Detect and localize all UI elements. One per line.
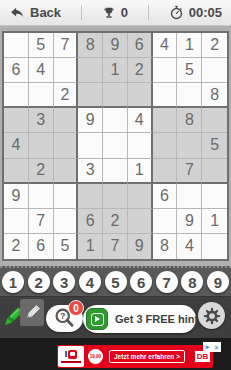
top-bar: Back 0 00:05 xyxy=(0,0,231,26)
divider xyxy=(148,5,149,20)
cell-r9c8[interactable]: 4 xyxy=(177,234,202,259)
stopwatch-icon xyxy=(169,5,184,20)
back-arrow-icon xyxy=(9,6,25,20)
cell-r5c7[interactable] xyxy=(153,133,178,158)
cell-r6c5[interactable] xyxy=(103,159,128,184)
magnifier-question-glyph: ? xyxy=(60,311,65,321)
cell-r5c2[interactable] xyxy=(29,133,54,158)
cell-r2c4[interactable] xyxy=(78,58,103,83)
settings-button[interactable] xyxy=(198,302,225,329)
cell-r1c2[interactable]: 5 xyxy=(29,33,54,58)
cell-r8c6[interactable] xyxy=(128,209,153,234)
ad-close-icon[interactable]: × xyxy=(212,342,221,352)
back-button[interactable]: Back xyxy=(9,5,61,20)
cell-r6c9[interactable] xyxy=(202,159,227,184)
cell-r5c8[interactable] xyxy=(177,133,202,158)
cell-r8c3[interactable] xyxy=(54,209,79,234)
cell-r3c7[interactable] xyxy=(153,83,178,108)
cell-r1c6[interactable]: 6 xyxy=(128,33,153,58)
cell-r2c1[interactable]: 6 xyxy=(4,58,29,83)
cell-r7c7[interactable]: 6 xyxy=(153,184,178,209)
cell-r4c3[interactable] xyxy=(54,108,79,133)
cell-r7c1[interactable]: 9 xyxy=(4,184,29,209)
cell-r6c6[interactable]: 1 xyxy=(128,159,153,184)
cell-r7c5[interactable] xyxy=(103,184,128,209)
back-label: Back xyxy=(30,5,61,20)
cell-r4c2[interactable]: 3 xyxy=(29,108,54,133)
cell-r3c1[interactable] xyxy=(4,83,29,108)
cell-r4c8[interactable]: 8 xyxy=(177,108,202,133)
pencil-icon xyxy=(23,303,42,322)
cell-r1c3[interactable]: 7 xyxy=(54,33,79,58)
cell-r3c8[interactable] xyxy=(177,83,202,108)
cell-r5c3[interactable] xyxy=(54,133,79,158)
cell-r7c8[interactable] xyxy=(177,184,202,209)
cell-r1c7[interactable]: 4 xyxy=(153,33,178,58)
cell-r3c5[interactable] xyxy=(103,83,128,108)
cell-r8c9[interactable]: 1 xyxy=(202,209,227,234)
ad-overlay-icons: ▸ × xyxy=(203,342,221,352)
cell-r2c6[interactable]: 2 xyxy=(128,58,153,83)
cell-r7c2[interactable] xyxy=(29,184,54,209)
cell-r9c7[interactable]: 8 xyxy=(153,234,178,259)
cell-r5c4[interactable] xyxy=(78,133,103,158)
hints-button[interactable]: Get 3 FREE hints xyxy=(83,305,196,333)
cell-r6c1[interactable] xyxy=(4,159,29,184)
numpad-button-2[interactable]: 2 xyxy=(28,271,50,293)
ad-logo: I xyxy=(58,346,84,367)
cell-r4c1[interactable] xyxy=(4,108,29,133)
cell-r1c9[interactable]: 2 xyxy=(202,33,227,58)
cell-r2c9[interactable] xyxy=(202,58,227,83)
ad-price-badge: 19,90 xyxy=(88,349,103,364)
cell-r3c9[interactable]: 8 xyxy=(202,83,227,108)
cell-r4c4[interactable]: 9 xyxy=(78,108,103,133)
cell-r8c5[interactable]: 2 xyxy=(103,209,128,234)
cell-r6c7[interactable] xyxy=(153,159,178,184)
cell-r5c5[interactable] xyxy=(103,133,128,158)
cell-r3c4[interactable] xyxy=(78,83,103,108)
numpad-button-4[interactable]: 4 xyxy=(79,271,101,293)
cell-r8c1[interactable] xyxy=(4,209,29,234)
cell-r4c5[interactable] xyxy=(103,108,128,133)
numpad-button-9[interactable]: 9 xyxy=(207,271,229,293)
cell-r1c5[interactable]: 9 xyxy=(103,33,128,58)
cell-r8c4[interactable]: 6 xyxy=(78,209,103,234)
cell-r1c1[interactable] xyxy=(4,33,29,58)
trophy-counter: 0 xyxy=(102,5,128,20)
cell-r5c9[interactable]: 5 xyxy=(202,133,227,158)
numpad-button-8[interactable]: 8 xyxy=(181,271,203,293)
gear-icon xyxy=(203,307,221,325)
cell-r7c6[interactable] xyxy=(128,184,153,209)
cell-r2c7[interactable] xyxy=(153,58,178,83)
ad-logo-tagline xyxy=(61,361,81,363)
numpad-button-6[interactable]: 6 xyxy=(130,271,152,293)
sudoku-app: Back 0 00:05 5789641264125283948452 xyxy=(0,0,231,370)
cell-r3c6[interactable] xyxy=(128,83,153,108)
cell-r7c4[interactable] xyxy=(78,184,103,209)
cell-r6c2[interactable]: 2 xyxy=(29,159,54,184)
toolbar: ? 0 Get 3 FREE hints xyxy=(0,296,231,338)
number-pad: 123456789 xyxy=(0,266,231,296)
cell-r2c2[interactable]: 4 xyxy=(29,58,54,83)
cell-r6c8[interactable]: 7 xyxy=(177,159,202,184)
cell-r9c1[interactable]: 2 xyxy=(4,234,29,259)
train-icon xyxy=(68,350,77,359)
cell-r8c8[interactable]: 9 xyxy=(177,209,202,234)
timer-value: 00:05 xyxy=(189,5,222,20)
cell-r9c3[interactable]: 5 xyxy=(54,234,79,259)
adchoices-icon[interactable]: ▸ xyxy=(203,342,212,352)
numpad-button-1[interactable]: 1 xyxy=(2,271,24,293)
numpad-button-7[interactable]: 7 xyxy=(156,271,178,293)
play-icon xyxy=(86,308,108,330)
trophy-count: 0 xyxy=(121,5,128,20)
numpad-button-3[interactable]: 3 xyxy=(53,271,75,293)
cell-r5c6[interactable] xyxy=(128,133,153,158)
ad-banner[interactable]: I 19,90 Jetzt mehr erfahren > DB xyxy=(57,345,213,368)
hint-count-badge: 0 xyxy=(68,300,84,316)
cell-r9c6[interactable]: 9 xyxy=(128,234,153,259)
cell-r2c3[interactable] xyxy=(54,58,79,83)
cell-r9c4[interactable]: 1 xyxy=(78,234,103,259)
cell-r8c2[interactable]: 7 xyxy=(29,209,54,234)
cell-r6c4[interactable]: 3 xyxy=(78,159,103,184)
cell-r9c9[interactable] xyxy=(202,234,227,259)
cell-r9c5[interactable]: 7 xyxy=(103,234,128,259)
cell-r5c1[interactable]: 4 xyxy=(4,133,29,158)
cell-r9c2[interactable]: 6 xyxy=(29,234,54,259)
pencil-tool-button[interactable] xyxy=(20,299,44,326)
cell-r2c5[interactable]: 1 xyxy=(103,58,128,83)
numpad-button-5[interactable]: 5 xyxy=(105,271,127,293)
cell-r6c3[interactable] xyxy=(54,159,79,184)
timer: 00:05 xyxy=(169,5,222,20)
cell-r7c3[interactable] xyxy=(54,184,79,209)
divider xyxy=(81,5,82,20)
cell-r8c7[interactable] xyxy=(153,209,178,234)
hints-label: Get 3 FREE hints xyxy=(115,313,204,325)
trophy-icon xyxy=(102,6,116,20)
cell-r4c6[interactable]: 4 xyxy=(128,108,153,133)
cell-r7c9[interactable] xyxy=(202,184,227,209)
cell-r4c7[interactable] xyxy=(153,108,178,133)
sudoku-board: 5789641264125283948452317967629126517984 xyxy=(2,31,229,261)
cell-r1c8[interactable]: 1 xyxy=(177,33,202,58)
cell-r2c8[interactable]: 5 xyxy=(177,58,202,83)
cell-r3c3[interactable]: 2 xyxy=(54,83,79,108)
cell-r1c4[interactable]: 8 xyxy=(78,33,103,58)
cell-r3c2[interactable] xyxy=(29,83,54,108)
ad-cta-button[interactable]: Jetzt mehr erfahren > xyxy=(109,350,185,363)
ad-area: I 19,90 Jetzt mehr erfahren > DB ▸ × xyxy=(0,338,231,370)
cell-r4c9[interactable] xyxy=(202,108,227,133)
